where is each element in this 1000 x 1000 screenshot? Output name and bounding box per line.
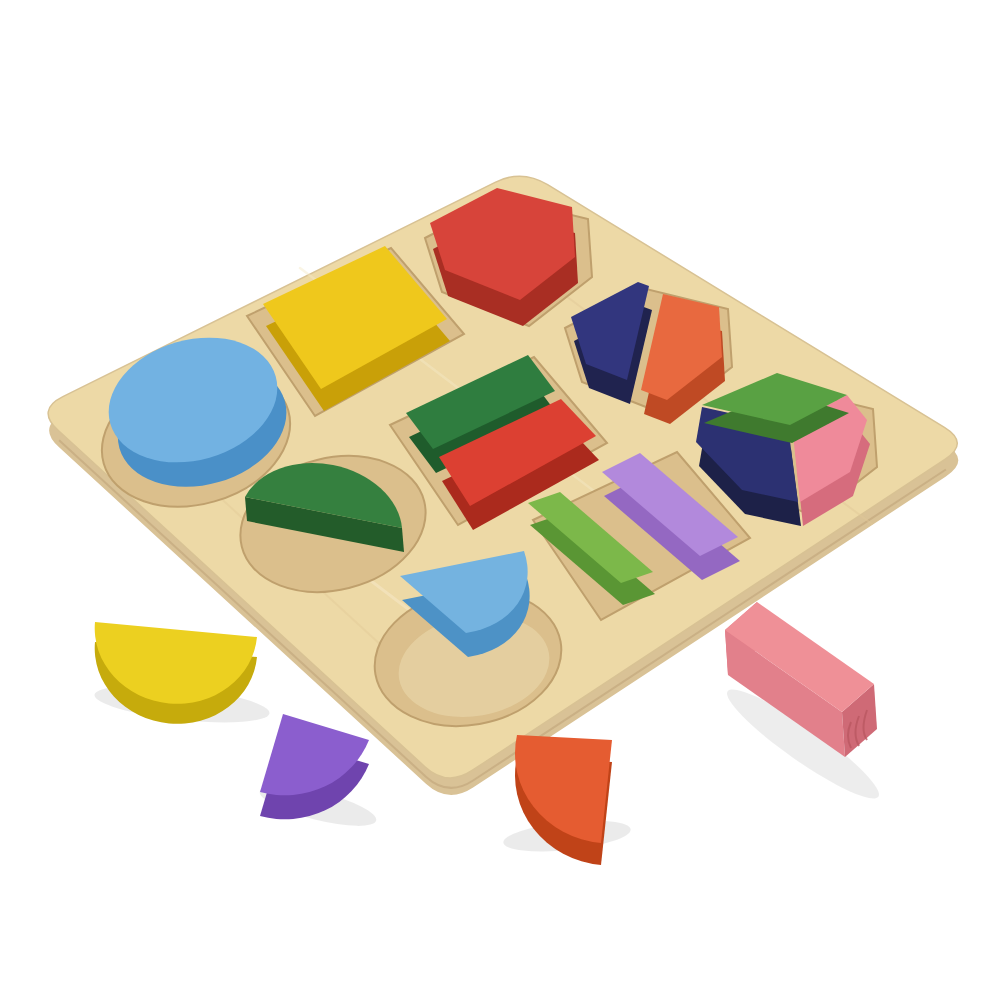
piece-yellow-circle-half[interactable] (93, 622, 271, 729)
puzzle-photo (0, 0, 1000, 1000)
puzzle-scene (0, 0, 1000, 1000)
piece-orange-circle-sector[interactable] (502, 735, 632, 865)
piece-pink-bar-third[interactable] (718, 602, 888, 811)
piece-top (515, 735, 612, 843)
piece-purple-circle-sector[interactable] (256, 714, 379, 834)
